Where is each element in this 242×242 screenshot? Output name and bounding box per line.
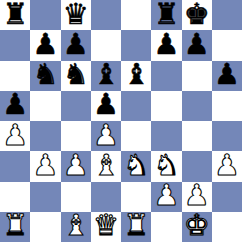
- square-h2[interactable]: [212, 182, 242, 212]
- square-a3[interactable]: [0, 151, 30, 181]
- square-a2[interactable]: [0, 182, 30, 212]
- piece-bR[interactable]: ♜: [2, 0, 28, 29]
- square-d5[interactable]: ♟: [91, 91, 121, 121]
- piece-wK[interactable]: ♚: [184, 212, 210, 241]
- square-e5[interactable]: [121, 91, 151, 121]
- piece-wP[interactable]: ♟: [184, 182, 210, 211]
- square-g6[interactable]: [182, 61, 212, 91]
- piece-bN[interactable]: ♞: [32, 61, 58, 90]
- square-a7[interactable]: [0, 30, 30, 60]
- square-g3[interactable]: [182, 151, 212, 181]
- square-g8[interactable]: ♚: [182, 0, 212, 30]
- piece-wP[interactable]: ♟: [63, 151, 89, 180]
- square-f2[interactable]: ♟: [151, 182, 181, 212]
- piece-bP[interactable]: ♟: [63, 30, 89, 59]
- square-c3[interactable]: ♟: [61, 151, 91, 181]
- piece-bQ[interactable]: ♛: [63, 0, 89, 29]
- piece-wQ[interactable]: ♛: [93, 212, 119, 241]
- square-c4[interactable]: [61, 121, 91, 151]
- square-b1[interactable]: [30, 212, 60, 242]
- piece-bB[interactable]: ♝: [93, 61, 119, 90]
- piece-wP[interactable]: ♟: [32, 151, 58, 180]
- square-a4[interactable]: ♟: [0, 121, 30, 151]
- square-d3[interactable]: ♝: [91, 151, 121, 181]
- piece-bN[interactable]: ♞: [63, 61, 89, 90]
- piece-bP[interactable]: ♟: [32, 30, 58, 59]
- square-e4[interactable]: [121, 121, 151, 151]
- square-b4[interactable]: [30, 121, 60, 151]
- square-c2[interactable]: [61, 182, 91, 212]
- square-d6[interactable]: ♝: [91, 61, 121, 91]
- chess-board: ♜♛♜♚♟♟♟♟♞♞♝♝♟♟♟♟♟♟♟♝♞♞♟♟♟♜♝♛♜♚: [0, 0, 242, 242]
- piece-wP[interactable]: ♟: [2, 121, 28, 150]
- square-g5[interactable]: [182, 91, 212, 121]
- square-d2[interactable]: [91, 182, 121, 212]
- square-b7[interactable]: ♟: [30, 30, 60, 60]
- piece-bB[interactable]: ♝: [123, 61, 149, 90]
- square-a6[interactable]: [0, 61, 30, 91]
- piece-bP[interactable]: ♟: [93, 91, 119, 120]
- square-d7[interactable]: [91, 30, 121, 60]
- square-d8[interactable]: [91, 0, 121, 30]
- square-b2[interactable]: [30, 182, 60, 212]
- square-e3[interactable]: ♞: [121, 151, 151, 181]
- piece-wR[interactable]: ♜: [2, 212, 28, 241]
- square-f8[interactable]: ♜: [151, 0, 181, 30]
- square-c8[interactable]: ♛: [61, 0, 91, 30]
- square-a8[interactable]: ♜: [0, 0, 30, 30]
- square-d1[interactable]: ♛: [91, 212, 121, 242]
- square-c1[interactable]: ♝: [61, 212, 91, 242]
- square-h1[interactable]: [212, 212, 242, 242]
- square-e8[interactable]: [121, 0, 151, 30]
- piece-wP[interactable]: ♟: [153, 182, 179, 211]
- square-f6[interactable]: [151, 61, 181, 91]
- square-b6[interactable]: ♞: [30, 61, 60, 91]
- piece-wR[interactable]: ♜: [123, 212, 149, 241]
- square-h4[interactable]: [212, 121, 242, 151]
- square-e2[interactable]: [121, 182, 151, 212]
- square-f7[interactable]: ♟: [151, 30, 181, 60]
- square-e6[interactable]: ♝: [121, 61, 151, 91]
- piece-wN[interactable]: ♞: [153, 151, 179, 180]
- square-h7[interactable]: [212, 30, 242, 60]
- square-g1[interactable]: ♚: [182, 212, 212, 242]
- square-f4[interactable]: [151, 121, 181, 151]
- piece-wP[interactable]: ♟: [93, 121, 119, 150]
- piece-bP[interactable]: ♟: [2, 91, 28, 120]
- piece-bR[interactable]: ♜: [153, 0, 179, 29]
- square-g2[interactable]: ♟: [182, 182, 212, 212]
- square-f1[interactable]: [151, 212, 181, 242]
- square-h8[interactable]: [212, 0, 242, 30]
- square-h5[interactable]: [212, 91, 242, 121]
- square-a5[interactable]: ♟: [0, 91, 30, 121]
- piece-wB[interactable]: ♝: [93, 151, 119, 180]
- piece-bP[interactable]: ♟: [184, 30, 210, 59]
- square-c6[interactable]: ♞: [61, 61, 91, 91]
- piece-bP[interactable]: ♟: [153, 30, 179, 59]
- square-c5[interactable]: [61, 91, 91, 121]
- square-g4[interactable]: [182, 121, 212, 151]
- piece-wP[interactable]: ♟: [214, 151, 240, 180]
- square-c7[interactable]: ♟: [61, 30, 91, 60]
- square-g7[interactable]: ♟: [182, 30, 212, 60]
- square-e1[interactable]: ♜: [121, 212, 151, 242]
- square-f5[interactable]: [151, 91, 181, 121]
- square-b5[interactable]: [30, 91, 60, 121]
- piece-wN[interactable]: ♞: [123, 151, 149, 180]
- piece-wB[interactable]: ♝: [63, 212, 89, 241]
- square-d4[interactable]: ♟: [91, 121, 121, 151]
- square-b8[interactable]: [30, 0, 60, 30]
- piece-bP[interactable]: ♟: [214, 61, 240, 90]
- piece-bK[interactable]: ♚: [184, 0, 210, 29]
- square-h6[interactable]: ♟: [212, 61, 242, 91]
- square-a1[interactable]: ♜: [0, 212, 30, 242]
- square-f3[interactable]: ♞: [151, 151, 181, 181]
- square-b3[interactable]: ♟: [30, 151, 60, 181]
- square-h3[interactable]: ♟: [212, 151, 242, 181]
- square-e7[interactable]: [121, 30, 151, 60]
